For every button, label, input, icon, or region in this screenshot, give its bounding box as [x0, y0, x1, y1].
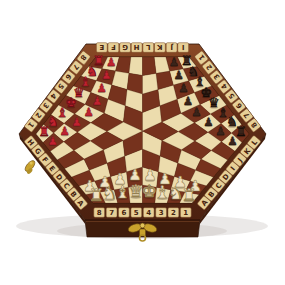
svg-text:♟: ♟ [173, 68, 183, 82]
coord-label-3-6: F [108, 43, 119, 53]
coord-label-0-4: 4 [143, 208, 154, 218]
svg-text:♝: ♝ [115, 182, 130, 202]
svg-text:♟: ♟ [101, 68, 111, 82]
red-pawn[interactable]: ♟ [101, 68, 111, 82]
svg-text:5: 5 [134, 209, 139, 217]
svg-text:♟: ♟ [227, 134, 237, 148]
white-knight[interactable]: ♞ [102, 183, 117, 203]
white-bishop[interactable]: ♝ [115, 182, 130, 202]
svg-text:7: 7 [109, 209, 114, 217]
svg-text:♜: ♜ [88, 185, 103, 205]
coord-label-0-1: 7 [106, 208, 117, 218]
red-pawn[interactable]: ♟ [60, 124, 70, 138]
coord-label-3-1: J [166, 43, 177, 53]
black-pawn[interactable]: ♟ [169, 55, 179, 69]
svg-text:H: H [134, 43, 140, 51]
svg-text:♟: ♟ [84, 105, 94, 119]
black-pawn[interactable]: ♟ [203, 115, 213, 129]
black-pawn[interactable]: ♟ [191, 105, 201, 119]
svg-text:1: 1 [183, 209, 188, 217]
coord-label-0-7: 1 [180, 208, 191, 218]
red-pawn[interactable]: ♟ [97, 81, 107, 95]
black-pawn[interactable]: ♟ [178, 81, 188, 95]
red-pawn[interactable]: ♟ [72, 115, 82, 129]
board-photo-figure: 87654321HGFEDCBAABCDIJKLIJKLHGFE87654321… [0, 0, 285, 285]
left-hinge-clasp[interactable] [23, 159, 38, 175]
svg-text:♟: ♟ [60, 124, 70, 138]
coord-label-3-3: L [143, 43, 154, 53]
coord-label-3-4: H [131, 43, 142, 53]
svg-text:♜: ♜ [181, 185, 196, 205]
svg-text:♞: ♞ [102, 183, 117, 203]
coord-label-0-2: 6 [119, 208, 130, 218]
svg-text:E: E [99, 43, 104, 51]
cell-black-f8-r4[interactable] [143, 57, 157, 76]
black-pawn[interactable]: ♟ [215, 124, 225, 138]
white-rook[interactable]: ♜ [181, 185, 196, 205]
black-pawn[interactable]: ♟ [227, 134, 237, 148]
svg-text:♟: ♟ [72, 115, 82, 129]
svg-text:I: I [182, 43, 185, 51]
coord-label-3-7: E [96, 43, 107, 53]
coord-label-0-6: 2 [168, 208, 179, 218]
svg-text:8: 8 [97, 209, 102, 217]
red-pawn[interactable]: ♟ [106, 55, 116, 69]
svg-text:♟: ♟ [178, 81, 188, 95]
white-rook[interactable]: ♜ [88, 185, 103, 205]
svg-text:♟: ♟ [191, 105, 201, 119]
svg-text:J: J [170, 43, 174, 51]
svg-text:♟: ♟ [215, 124, 225, 138]
svg-text:G: G [122, 43, 128, 51]
coord-label-0-5: 3 [156, 208, 167, 218]
svg-text:♟: ♟ [169, 55, 179, 69]
cell-red-f1-r4[interactable] [129, 57, 143, 76]
svg-text:♟: ♟ [97, 81, 107, 95]
svg-text:♟: ♟ [106, 55, 116, 69]
coord-label-3-0: I [178, 43, 189, 53]
svg-text:6: 6 [121, 209, 126, 217]
three-player-chess-board: 87654321HGFEDCBAABCDIJKLIJKLHGFE87654321… [0, 0, 285, 285]
red-pawn[interactable]: ♟ [48, 134, 58, 148]
svg-text:♟: ♟ [48, 134, 58, 148]
svg-text:4: 4 [146, 209, 151, 217]
coord-label-0-0: 8 [94, 208, 105, 218]
svg-text:♟: ♟ [203, 115, 213, 129]
svg-text:3: 3 [159, 209, 164, 217]
svg-text:2: 2 [171, 209, 176, 217]
svg-text:F: F [111, 43, 116, 51]
red-pawn[interactable]: ♟ [84, 105, 94, 119]
black-pawn[interactable]: ♟ [173, 68, 183, 82]
svg-text:L: L [146, 43, 151, 51]
coord-label-3-2: K [155, 43, 166, 53]
svg-text:K: K [157, 43, 163, 51]
coord-label-0-3: 5 [131, 208, 142, 218]
coord-label-3-5: G [120, 43, 131, 53]
